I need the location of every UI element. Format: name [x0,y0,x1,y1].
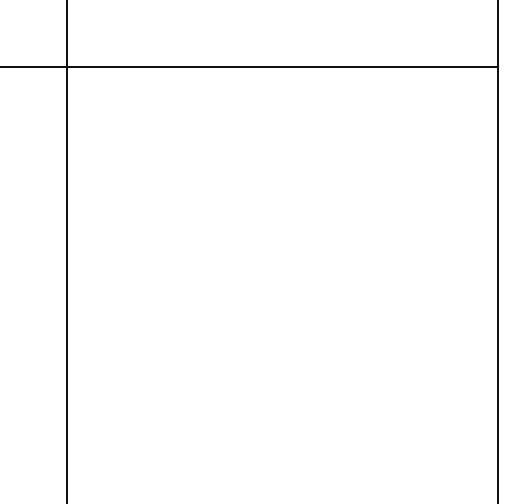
row-clues [0,68,68,504]
left-border-line [66,0,68,504]
side-watermark-text [496,368,510,504]
nonogram-board [68,68,499,504]
corner-watermark [0,0,68,68]
column-clues [68,0,499,68]
top-border-line [0,66,499,68]
